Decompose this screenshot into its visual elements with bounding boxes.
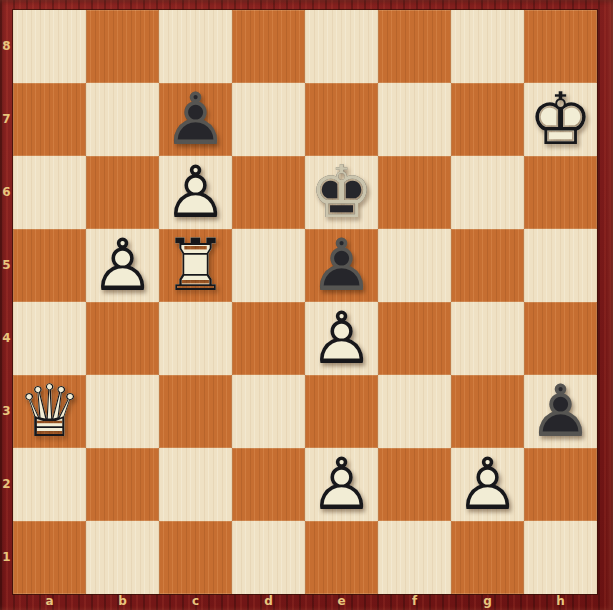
square-g5[interactable]	[451, 229, 524, 302]
square-c1[interactable]	[159, 521, 232, 594]
rank-label-3: 3	[0, 375, 13, 448]
square-f3[interactable]	[378, 375, 451, 448]
piece-white-pawn[interactable]: ♟♙	[451, 448, 524, 521]
rank-label-5: 5	[0, 229, 13, 302]
square-f1[interactable]	[378, 521, 451, 594]
square-h5[interactable]	[524, 229, 597, 302]
square-e3[interactable]	[305, 375, 378, 448]
square-e6[interactable]: ♚♔	[305, 156, 378, 229]
square-g8[interactable]	[451, 10, 524, 83]
rank-label-6: 6	[0, 156, 13, 229]
file-label-c: c	[159, 594, 232, 610]
piece-white-pawn[interactable]: ♟♙	[159, 156, 232, 229]
white-pawn-outline-layer: ♙	[451, 448, 524, 521]
square-c3[interactable]	[159, 375, 232, 448]
square-a7[interactable]	[13, 83, 86, 156]
piece-white-pawn[interactable]: ♟♙	[86, 229, 159, 302]
square-d3[interactable]	[232, 375, 305, 448]
white-queen-outline-layer: ♕	[13, 375, 86, 448]
square-c5[interactable]: ♜♖	[159, 229, 232, 302]
square-e7[interactable]	[305, 83, 378, 156]
black-pawn-outline-layer: ♙	[305, 229, 378, 302]
chess-board: ♟♙♚♔♟♙♚♔♟♙♜♖♟♙♟♙♛♕♟♙♟♙♟♙	[13, 10, 597, 594]
white-king-outline-layer: ♔	[524, 83, 597, 156]
square-a4[interactable]	[13, 302, 86, 375]
square-a8[interactable]	[13, 10, 86, 83]
piece-black-pawn[interactable]: ♟♙	[159, 83, 232, 156]
square-e8[interactable]	[305, 10, 378, 83]
square-f8[interactable]	[378, 10, 451, 83]
file-label-e: e	[305, 594, 378, 610]
file-label-g: g	[451, 594, 524, 610]
square-e4[interactable]: ♟♙	[305, 302, 378, 375]
piece-white-pawn[interactable]: ♟♙	[305, 302, 378, 375]
square-g1[interactable]	[451, 521, 524, 594]
square-e1[interactable]	[305, 521, 378, 594]
file-label-d: d	[232, 594, 305, 610]
black-king-outline-layer: ♔	[305, 156, 378, 229]
piece-black-pawn[interactable]: ♟♙	[524, 375, 597, 448]
square-h4[interactable]	[524, 302, 597, 375]
square-h1[interactable]	[524, 521, 597, 594]
square-e5[interactable]: ♟♙	[305, 229, 378, 302]
square-d7[interactable]	[232, 83, 305, 156]
square-a6[interactable]	[13, 156, 86, 229]
rank-label-4: 4	[0, 302, 13, 375]
square-b2[interactable]	[86, 448, 159, 521]
square-a2[interactable]	[13, 448, 86, 521]
square-b8[interactable]	[86, 10, 159, 83]
file-label-b: b	[86, 594, 159, 610]
square-b7[interactable]	[86, 83, 159, 156]
square-c7[interactable]: ♟♙	[159, 83, 232, 156]
square-d1[interactable]	[232, 521, 305, 594]
square-d4[interactable]	[232, 302, 305, 375]
white-pawn-outline-layer: ♙	[86, 229, 159, 302]
square-a1[interactable]	[13, 521, 86, 594]
white-pawn-outline-layer: ♙	[159, 156, 232, 229]
square-c6[interactable]: ♟♙	[159, 156, 232, 229]
piece-black-king[interactable]: ♚♔	[305, 156, 378, 229]
square-f6[interactable]	[378, 156, 451, 229]
square-b4[interactable]	[86, 302, 159, 375]
black-pawn-outline-layer: ♙	[524, 375, 597, 448]
square-d5[interactable]	[232, 229, 305, 302]
square-f7[interactable]	[378, 83, 451, 156]
piece-white-pawn[interactable]: ♟♙	[305, 448, 378, 521]
square-a5[interactable]	[13, 229, 86, 302]
square-c8[interactable]	[159, 10, 232, 83]
rank-label-8: 8	[0, 10, 13, 83]
piece-black-pawn[interactable]: ♟♙	[305, 229, 378, 302]
piece-white-queen[interactable]: ♛♕	[13, 375, 86, 448]
square-h3[interactable]: ♟♙	[524, 375, 597, 448]
square-h2[interactable]	[524, 448, 597, 521]
square-f2[interactable]	[378, 448, 451, 521]
white-rook-outline-layer: ♖	[159, 229, 232, 302]
file-label-a: a	[13, 594, 86, 610]
square-h6[interactable]	[524, 156, 597, 229]
square-f5[interactable]	[378, 229, 451, 302]
square-h8[interactable]	[524, 10, 597, 83]
square-g4[interactable]	[451, 302, 524, 375]
square-b6[interactable]	[86, 156, 159, 229]
piece-white-rook[interactable]: ♜♖	[159, 229, 232, 302]
white-pawn-outline-layer: ♙	[305, 448, 378, 521]
square-b3[interactable]	[86, 375, 159, 448]
file-label-h: h	[524, 594, 597, 610]
square-d2[interactable]	[232, 448, 305, 521]
black-pawn-outline-layer: ♙	[159, 83, 232, 156]
square-b1[interactable]	[86, 521, 159, 594]
piece-white-king[interactable]: ♚♔	[524, 83, 597, 156]
square-b5[interactable]: ♟♙	[86, 229, 159, 302]
square-g7[interactable]	[451, 83, 524, 156]
square-d8[interactable]	[232, 10, 305, 83]
square-a3[interactable]: ♛♕	[13, 375, 86, 448]
rank-label-1: 1	[0, 521, 13, 594]
square-c2[interactable]	[159, 448, 232, 521]
square-h7[interactable]: ♚♔	[524, 83, 597, 156]
square-d6[interactable]	[232, 156, 305, 229]
file-label-f: f	[378, 594, 451, 610]
rank-label-2: 2	[0, 448, 13, 521]
square-c4[interactable]	[159, 302, 232, 375]
square-e2[interactable]: ♟♙	[305, 448, 378, 521]
square-g2[interactable]: ♟♙	[451, 448, 524, 521]
rank-label-7: 7	[0, 83, 13, 156]
square-g3[interactable]	[451, 375, 524, 448]
chess-board-frame: 87654321 ♟♙♚♔♟♙♚♔♟♙♜♖♟♙♟♙♛♕♟♙♟♙♟♙ abcdef…	[0, 0, 613, 610]
square-g6[interactable]	[451, 156, 524, 229]
rank-labels: 87654321	[0, 10, 13, 594]
square-f4[interactable]	[378, 302, 451, 375]
white-pawn-outline-layer: ♙	[305, 302, 378, 375]
file-labels: abcdefgh	[13, 594, 597, 610]
